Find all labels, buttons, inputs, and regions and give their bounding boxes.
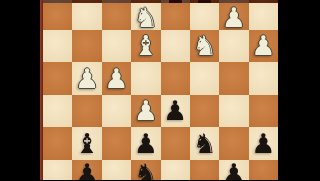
- white-pawn-h6: ♟: [251, 31, 275, 60]
- square-e4: ♟: [161, 95, 190, 128]
- square-h7: [249, 3, 278, 30]
- square-f7: [190, 3, 219, 30]
- square-h2: [249, 160, 278, 181]
- square-h4: [249, 95, 278, 128]
- square-b5: ♟: [72, 62, 101, 95]
- white-knight-f6: ♞: [192, 31, 216, 60]
- square-a2: [43, 160, 72, 181]
- white-pawn-g7: ♟: [222, 3, 246, 30]
- square-c3: [102, 127, 131, 160]
- square-c5: ♟: [102, 62, 131, 95]
- square-e3: [161, 127, 190, 160]
- square-f2: [190, 160, 219, 181]
- square-f3: ♞: [190, 127, 219, 160]
- white-pawn-d4: ♟: [134, 96, 158, 125]
- square-g5: [219, 62, 248, 95]
- pillarbox-bar-right: [278, 0, 320, 180]
- square-c2: [102, 160, 131, 181]
- square-d7: ♞: [131, 3, 160, 30]
- black-pawn-h3: ♟: [251, 129, 275, 158]
- square-a7: [43, 3, 72, 30]
- square-a4: [43, 95, 72, 128]
- square-g7: ♟: [219, 3, 248, 30]
- square-a5: [43, 62, 72, 95]
- square-b3: ♝: [72, 127, 101, 160]
- square-d3: ♟: [131, 127, 160, 160]
- black-knight-d2: ♞: [134, 160, 158, 181]
- white-knight-d7: ♞: [134, 3, 158, 30]
- black-knight-f3: ♞: [192, 129, 216, 158]
- square-g2: ♟: [219, 160, 248, 181]
- square-f5: [190, 62, 219, 95]
- black-bishop-b3: ♝: [75, 129, 99, 158]
- square-h5: [249, 62, 278, 95]
- square-c6: [102, 30, 131, 63]
- square-f6: ♞: [190, 30, 219, 63]
- square-b6: [72, 30, 101, 63]
- square-g3: [219, 127, 248, 160]
- square-e2: [161, 160, 190, 181]
- white-bishop-d6: ♝: [134, 31, 158, 60]
- square-b4: [72, 95, 101, 128]
- black-pawn-d3: ♟: [134, 129, 158, 158]
- square-d6: ♝: [131, 30, 160, 63]
- square-g6: [219, 30, 248, 63]
- pillarbox-bar-left: [0, 0, 40, 180]
- square-d2: ♞: [131, 160, 160, 181]
- square-b2: ♟: [72, 160, 101, 181]
- square-c7: [102, 3, 131, 30]
- white-pawn-b5: ♟: [75, 64, 99, 93]
- square-e6: [161, 30, 190, 63]
- square-c4: [102, 95, 131, 128]
- square-e5: [161, 62, 190, 95]
- square-h6: ♟: [249, 30, 278, 63]
- white-pawn-c5: ♟: [104, 64, 128, 93]
- board-left-border: [40, 0, 43, 180]
- square-a3: [43, 127, 72, 160]
- square-b7: [72, 3, 101, 30]
- square-f4: [190, 95, 219, 128]
- black-pawn-b2: ♟: [75, 160, 99, 181]
- chess-board: ♞♟♝♞♟♟♟♟♟♝♟♞♟♟♞♟: [43, 0, 278, 180]
- square-g4: [219, 95, 248, 128]
- square-e7: [161, 3, 190, 30]
- square-d4: ♟: [131, 95, 160, 128]
- square-d5: [131, 62, 160, 95]
- square-h3: ♟: [249, 127, 278, 160]
- black-pawn-g2: ♟: [222, 160, 246, 181]
- square-a6: [43, 30, 72, 63]
- black-pawn-e4: ♟: [163, 96, 187, 125]
- video-frame: ♞♟♝♞♟♟♟♟♟♝♟♞♟♟♞♟: [0, 0, 320, 180]
